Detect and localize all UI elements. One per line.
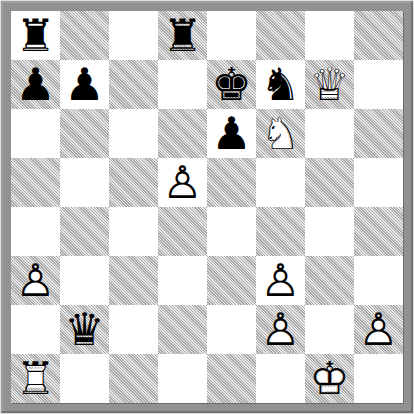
piece-outline: ♙ xyxy=(256,256,305,305)
piece-black-pawn[interactable]: ♟ xyxy=(207,109,256,158)
square-e3[interactable] xyxy=(207,256,256,305)
piece-black-rook[interactable]: ♜ xyxy=(158,11,207,60)
piece-black-king[interactable]: ♚ xyxy=(207,60,256,109)
square-d1[interactable] xyxy=(158,354,207,403)
square-g5[interactable] xyxy=(305,158,354,207)
square-b8[interactable] xyxy=(60,11,109,60)
square-b5[interactable] xyxy=(60,158,109,207)
piece-white-pawn[interactable]: ♟♙ xyxy=(256,305,305,354)
square-f1[interactable] xyxy=(256,354,305,403)
square-c1[interactable] xyxy=(109,354,158,403)
board-frame: ♜♜♟♟♚♞♛♕♟♞♘♟♙♟♙♟♙♛♟♙♟♙♜♖♚♔ xyxy=(0,0,414,414)
piece-white-rook[interactable]: ♜♖ xyxy=(11,354,60,403)
piece-white-queen[interactable]: ♛♕ xyxy=(305,60,354,109)
square-f2[interactable]: ♟♙ xyxy=(256,305,305,354)
square-b6[interactable] xyxy=(60,109,109,158)
square-d2[interactable] xyxy=(158,305,207,354)
square-b4[interactable] xyxy=(60,207,109,256)
square-e6[interactable]: ♟ xyxy=(207,109,256,158)
square-f5[interactable] xyxy=(256,158,305,207)
square-h5[interactable] xyxy=(354,158,403,207)
square-g6[interactable] xyxy=(305,109,354,158)
square-b1[interactable] xyxy=(60,354,109,403)
square-h1[interactable] xyxy=(354,354,403,403)
piece-black-pawn[interactable]: ♟ xyxy=(11,60,60,109)
square-f6[interactable]: ♞♘ xyxy=(256,109,305,158)
square-c8[interactable] xyxy=(109,11,158,60)
piece-black-pawn[interactable]: ♟ xyxy=(60,60,109,109)
square-e4[interactable] xyxy=(207,207,256,256)
piece-outline: ♙ xyxy=(11,256,60,305)
square-h2[interactable]: ♟♙ xyxy=(354,305,403,354)
square-g2[interactable] xyxy=(305,305,354,354)
square-h3[interactable] xyxy=(354,256,403,305)
square-g1[interactable]: ♚♔ xyxy=(305,354,354,403)
square-h4[interactable] xyxy=(354,207,403,256)
piece-white-pawn[interactable]: ♟♙ xyxy=(158,158,207,207)
square-c2[interactable] xyxy=(109,305,158,354)
piece-outline: ♙ xyxy=(256,305,305,354)
square-e1[interactable] xyxy=(207,354,256,403)
square-h8[interactable] xyxy=(354,11,403,60)
square-c6[interactable] xyxy=(109,109,158,158)
square-e8[interactable] xyxy=(207,11,256,60)
square-h6[interactable] xyxy=(354,109,403,158)
square-a4[interactable] xyxy=(11,207,60,256)
square-d4[interactable] xyxy=(158,207,207,256)
piece-outline: ♕ xyxy=(305,60,354,109)
square-g3[interactable] xyxy=(305,256,354,305)
square-a6[interactable] xyxy=(11,109,60,158)
square-a2[interactable] xyxy=(11,305,60,354)
square-c3[interactable] xyxy=(109,256,158,305)
square-d3[interactable] xyxy=(158,256,207,305)
piece-outline: ♘ xyxy=(256,109,305,158)
piece-black-rook[interactable]: ♜ xyxy=(11,11,60,60)
piece-outline: ♙ xyxy=(354,305,403,354)
square-d6[interactable] xyxy=(158,109,207,158)
square-b3[interactable] xyxy=(60,256,109,305)
piece-white-pawn[interactable]: ♟♙ xyxy=(11,256,60,305)
chess-board: ♜♜♟♟♚♞♛♕♟♞♘♟♙♟♙♟♙♛♟♙♟♙♜♖♚♔ xyxy=(11,11,403,403)
square-g4[interactable] xyxy=(305,207,354,256)
square-a8[interactable]: ♜ xyxy=(11,11,60,60)
square-h7[interactable] xyxy=(354,60,403,109)
piece-white-knight[interactable]: ♞♘ xyxy=(256,109,305,158)
square-a5[interactable] xyxy=(11,158,60,207)
square-a1[interactable]: ♜♖ xyxy=(11,354,60,403)
square-e2[interactable] xyxy=(207,305,256,354)
square-e5[interactable] xyxy=(207,158,256,207)
square-b7[interactable]: ♟ xyxy=(60,60,109,109)
square-f3[interactable]: ♟♙ xyxy=(256,256,305,305)
square-a7[interactable]: ♟ xyxy=(11,60,60,109)
square-c5[interactable] xyxy=(109,158,158,207)
square-f8[interactable] xyxy=(256,11,305,60)
square-c7[interactable] xyxy=(109,60,158,109)
square-d7[interactable] xyxy=(158,60,207,109)
square-d5[interactable]: ♟♙ xyxy=(158,158,207,207)
square-a3[interactable]: ♟♙ xyxy=(11,256,60,305)
square-b2[interactable]: ♛ xyxy=(60,305,109,354)
piece-outline: ♖ xyxy=(11,354,60,403)
piece-outline: ♙ xyxy=(158,158,207,207)
square-e7[interactable]: ♚ xyxy=(207,60,256,109)
piece-black-knight[interactable]: ♞ xyxy=(256,60,305,109)
piece-white-king[interactable]: ♚♔ xyxy=(305,354,354,403)
square-d8[interactable]: ♜ xyxy=(158,11,207,60)
piece-outline: ♔ xyxy=(305,354,354,403)
square-g7[interactable]: ♛♕ xyxy=(305,60,354,109)
piece-white-pawn[interactable]: ♟♙ xyxy=(256,256,305,305)
square-f7[interactable]: ♞ xyxy=(256,60,305,109)
piece-black-queen[interactable]: ♛ xyxy=(60,305,109,354)
piece-white-pawn[interactable]: ♟♙ xyxy=(354,305,403,354)
square-f4[interactable] xyxy=(256,207,305,256)
square-c4[interactable] xyxy=(109,207,158,256)
square-g8[interactable] xyxy=(305,11,354,60)
